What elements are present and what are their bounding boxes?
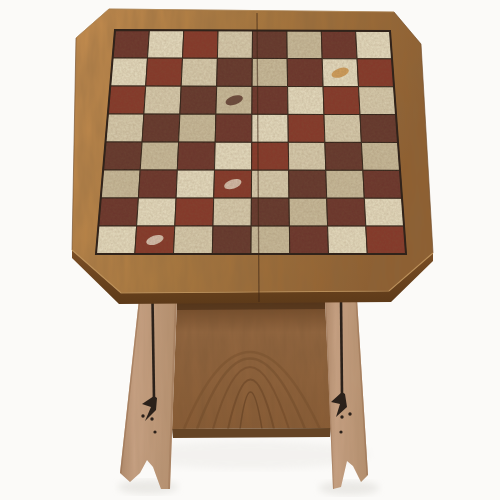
photo-canvas [0,0,500,500]
games-table-photo [0,0,500,500]
shelf-front-edge [172,428,331,438]
screw-dot [153,430,156,433]
undertier-shelf [170,296,335,438]
checkerboard [90,25,412,260]
screw-dot [339,430,342,433]
paint-wear-texture [90,25,412,260]
shelf-grain [170,296,335,432]
